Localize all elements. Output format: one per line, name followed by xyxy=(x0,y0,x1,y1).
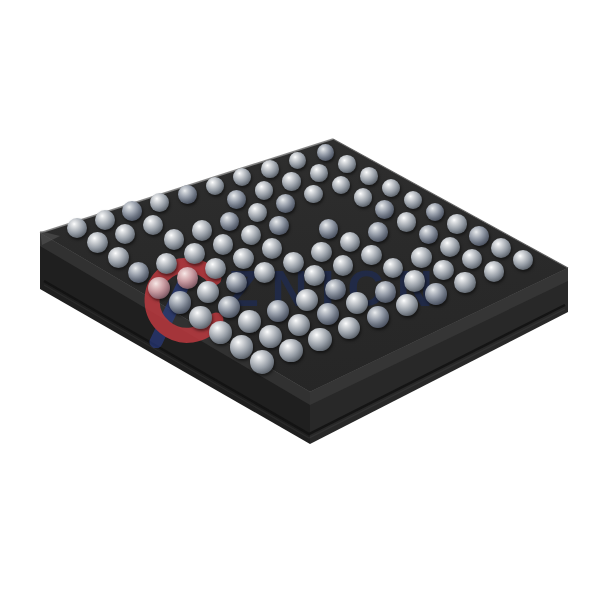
solder-ball xyxy=(383,258,404,279)
solder-ball xyxy=(469,226,489,246)
solder-ball xyxy=(360,167,378,185)
solder-ball xyxy=(220,212,240,232)
solder-ball xyxy=(338,317,361,340)
solder-ball xyxy=(213,234,233,254)
solder-ball xyxy=(269,216,289,236)
solder-ball xyxy=(233,248,254,269)
solder-ball xyxy=(513,250,533,270)
solder-ball xyxy=(346,292,368,314)
solder-ball xyxy=(419,225,439,245)
solder-ball xyxy=(189,306,212,329)
solder-ball xyxy=(184,243,205,264)
solder-ball xyxy=(259,325,282,348)
solder-ball xyxy=(143,215,163,235)
solder-ball xyxy=(241,225,261,245)
solder-ball xyxy=(169,291,191,313)
solder-ball xyxy=(150,193,169,212)
solder-ball xyxy=(433,260,454,281)
solder-ball xyxy=(255,181,274,200)
solder-ball xyxy=(447,214,466,233)
solder-ball xyxy=(122,201,142,221)
solder-ball xyxy=(304,265,325,286)
solder-ball xyxy=(333,255,354,276)
solder-ball xyxy=(206,177,225,196)
solder-ball xyxy=(238,310,261,333)
solder-ball xyxy=(440,237,460,257)
solder-ball xyxy=(226,272,248,294)
solder-ball xyxy=(325,279,347,301)
solder-ball xyxy=(227,190,246,209)
solder-ball xyxy=(205,258,226,279)
solder-ball xyxy=(115,224,135,244)
solder-ball xyxy=(462,249,482,269)
solder-ball xyxy=(296,289,318,311)
solder-ball xyxy=(178,185,197,204)
solder-ball xyxy=(311,242,331,262)
solder-ball xyxy=(332,176,350,194)
solder-ball xyxy=(267,300,289,322)
solder-ball xyxy=(454,272,475,293)
solder-ball xyxy=(209,321,232,344)
solder-ball xyxy=(288,314,311,337)
solder-ball xyxy=(319,219,339,239)
solder-ball xyxy=(261,160,279,178)
solder-ball xyxy=(282,172,300,190)
solder-ball xyxy=(317,303,339,325)
solder-ball xyxy=(404,270,425,291)
solder-ball xyxy=(197,281,219,303)
solder-ball xyxy=(338,155,355,172)
solder-ball xyxy=(375,200,394,219)
solder-ball xyxy=(148,277,170,299)
solder-ball xyxy=(250,350,274,374)
bga-chip-photo: ZNICN xyxy=(0,0,600,600)
solder-ball xyxy=(262,238,282,258)
solder-ball xyxy=(425,283,447,305)
solder-ball xyxy=(230,335,253,358)
solder-ball xyxy=(248,203,267,222)
solder-ball xyxy=(367,306,389,328)
solder-ball xyxy=(87,232,108,253)
solder-ball xyxy=(233,168,251,186)
solder-ball xyxy=(95,210,115,230)
solder-ball xyxy=(276,194,295,213)
solder-ball xyxy=(396,294,418,316)
solder-ball-grid xyxy=(0,0,600,600)
solder-ball xyxy=(361,245,381,265)
solder-ball xyxy=(368,222,388,242)
solder-ball xyxy=(156,253,177,274)
solder-ball xyxy=(426,203,445,222)
solder-ball xyxy=(108,247,129,268)
solder-ball xyxy=(375,281,397,303)
solder-ball xyxy=(310,164,328,182)
solder-ball xyxy=(404,191,423,210)
solder-ball xyxy=(411,247,431,267)
solder-ball xyxy=(340,232,360,252)
solder-ball xyxy=(304,185,323,204)
solder-ball xyxy=(484,261,505,282)
solder-ball xyxy=(279,339,302,362)
solder-ball xyxy=(491,238,511,258)
solder-ball xyxy=(382,179,400,197)
solder-ball xyxy=(67,218,87,238)
solder-ball xyxy=(317,144,334,161)
solder-ball xyxy=(218,296,240,318)
solder-ball xyxy=(397,212,416,231)
solder-ball xyxy=(354,188,373,207)
solder-ball xyxy=(164,229,184,249)
solder-ball xyxy=(128,262,150,284)
solder-ball xyxy=(308,328,331,351)
solder-ball xyxy=(192,220,212,240)
solder-ball xyxy=(254,262,275,283)
solder-ball xyxy=(177,267,199,289)
solder-ball xyxy=(283,252,304,273)
solder-ball xyxy=(289,152,306,169)
